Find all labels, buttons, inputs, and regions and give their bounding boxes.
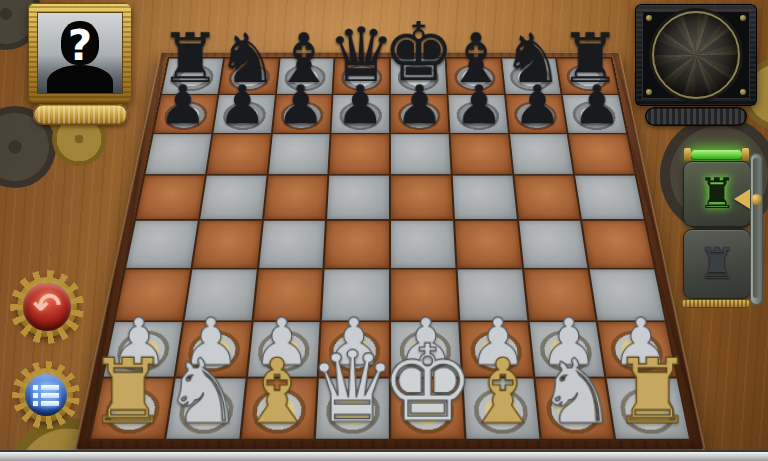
- menu-button-face: [25, 374, 67, 416]
- screw-icon: [646, 15, 652, 21]
- green-glow-tube: [690, 149, 743, 160]
- square-a6[interactable]: [145, 134, 211, 174]
- white-knight[interactable]: ♞: [163, 347, 243, 436]
- square-d7[interactable]: ♟: [332, 95, 389, 133]
- square-h1[interactable]: ♜: [607, 379, 689, 439]
- black-pawn[interactable]: ♟: [277, 78, 325, 132]
- computer-nameplate: [645, 107, 747, 126]
- square-d4[interactable]: [325, 221, 389, 268]
- square-g5[interactable]: [514, 176, 580, 220]
- square-b1[interactable]: ♞: [166, 379, 245, 439]
- square-e5[interactable]: [391, 176, 453, 220]
- screw-icon: [740, 15, 746, 21]
- rook-icon-gray: ♜: [698, 243, 736, 285]
- square-d5[interactable]: [327, 176, 389, 220]
- black-pawn[interactable]: ♟: [159, 78, 207, 132]
- square-e1[interactable]: ♚: [391, 379, 464, 439]
- square-b5[interactable]: [200, 176, 266, 220]
- turn-indicator-panel: ♜ ♜: [683, 149, 765, 317]
- black-pawn[interactable]: ♟: [514, 78, 562, 132]
- square-b6[interactable]: [207, 134, 271, 174]
- unknown-player-icon: ?: [37, 12, 123, 94]
- square-f6[interactable]: [450, 134, 512, 174]
- menu-button[interactable]: [19, 368, 73, 422]
- player-nameplate: [33, 104, 128, 125]
- slider-pointer-icon: [734, 189, 750, 209]
- square-a1[interactable]: ♜: [91, 379, 173, 439]
- square-h6[interactable]: [569, 134, 635, 174]
- menu-icon: [33, 385, 59, 406]
- square-c6[interactable]: [268, 134, 330, 174]
- chess-board-perspective: ♜♞♝♛♚♝♞♜♟♟♟♟♟♟♟♟♟♟♟♟♟♟♟♟♜♞♝♛♚♝♞♜: [124, 0, 656, 461]
- bottom-bar: [0, 450, 768, 461]
- chess-board[interactable]: ♜♞♝♛♚♝♞♜♟♟♟♟♟♟♟♟♟♟♟♟♟♟♟♟♜♞♝♛♚♝♞♜: [74, 52, 706, 451]
- white-bishop[interactable]: ♝: [462, 347, 542, 436]
- square-d6[interactable]: [330, 134, 389, 174]
- player-avatar-frame[interactable]: ?: [28, 3, 132, 103]
- white-bishop[interactable]: ♝: [238, 347, 318, 436]
- square-c4[interactable]: [259, 221, 326, 268]
- square-c1[interactable]: ♝: [241, 379, 317, 439]
- square-g1[interactable]: ♞: [535, 379, 614, 439]
- aperture-fan-icon: [652, 11, 740, 99]
- computer-avatar-frame: [635, 4, 757, 106]
- square-g7[interactable]: ♟: [505, 95, 566, 133]
- gold-filigree-bar: [681, 299, 751, 308]
- undo-button-face: ↶: [23, 283, 71, 331]
- square-h4[interactable]: [582, 221, 653, 268]
- square-g6[interactable]: [510, 134, 574, 174]
- black-pawn[interactable]: ♟: [218, 78, 266, 132]
- square-c5[interactable]: [264, 176, 328, 220]
- white-knight[interactable]: ♞: [537, 347, 617, 436]
- white-rook[interactable]: ♜: [612, 347, 692, 436]
- slider-track: [753, 158, 759, 298]
- slider-knob[interactable]: [751, 194, 762, 205]
- square-a7[interactable]: ♟: [154, 95, 217, 133]
- black-pawn[interactable]: ♟: [455, 78, 503, 132]
- square-e4[interactable]: [391, 221, 455, 268]
- game-screen: ♜♞♝♛♚♝♞♜♟♟♟♟♟♟♟♟♟♟♟♟♟♟♟♟♜♞♝♛♚♝♞♜ ? ♜ ♜: [0, 0, 768, 461]
- square-e7[interactable]: ♟: [391, 95, 448, 133]
- white-king[interactable]: ♚: [380, 331, 475, 437]
- turn-indicator-bottom-button[interactable]: ♜: [683, 229, 751, 299]
- square-g4[interactable]: [519, 221, 588, 268]
- square-f1[interactable]: ♝: [463, 379, 539, 439]
- square-c7[interactable]: ♟: [272, 95, 331, 133]
- black-pawn[interactable]: ♟: [573, 78, 621, 132]
- square-e6[interactable]: [391, 134, 450, 174]
- square-b4[interactable]: [192, 221, 261, 268]
- square-d1[interactable]: ♛: [316, 379, 389, 439]
- square-a4[interactable]: [126, 221, 197, 268]
- board-squares: ♜♞♝♛♚♝♞♜♟♟♟♟♟♟♟♟♟♟♟♟♟♟♟♟♜♞♝♛♚♝♞♜: [88, 57, 692, 440]
- indicator-slider[interactable]: [750, 153, 763, 305]
- screw-icon: [646, 89, 652, 95]
- white-rook[interactable]: ♜: [88, 347, 168, 436]
- rook-icon-green: ♜: [698, 173, 736, 215]
- computer-avatar-panel: [642, 11, 750, 99]
- square-f7[interactable]: ♟: [448, 95, 507, 133]
- screw-icon: [740, 89, 746, 95]
- square-b7[interactable]: ♟: [213, 95, 274, 133]
- square-f4[interactable]: [455, 221, 522, 268]
- square-h5[interactable]: [575, 176, 643, 220]
- square-h7[interactable]: ♟: [563, 95, 626, 133]
- square-f5[interactable]: [452, 176, 516, 220]
- undo-icon: ↶: [33, 288, 62, 322]
- black-pawn[interactable]: ♟: [336, 78, 384, 132]
- undo-button[interactable]: ↶: [17, 277, 77, 337]
- question-mark: ?: [68, 25, 92, 67]
- black-pawn[interactable]: ♟: [395, 78, 443, 132]
- square-a5[interactable]: [136, 176, 204, 220]
